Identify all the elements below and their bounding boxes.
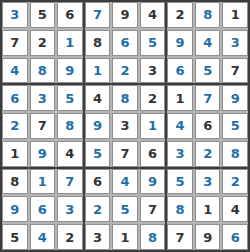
cell-r4c2[interactable]: 3 [30, 85, 56, 111]
cell-r1c8[interactable]: 8 [195, 2, 221, 28]
cell-r4c4[interactable]: 4 [85, 85, 111, 111]
cell-r7c5[interactable]: 4 [112, 169, 138, 195]
cell-r3c9[interactable]: 7 [222, 58, 248, 84]
cell-r8c2[interactable]: 6 [30, 196, 56, 222]
cell-r1c3[interactable]: 6 [57, 2, 83, 28]
box-6: 179465328 [167, 85, 248, 166]
cell-r5c2[interactable]: 7 [30, 113, 56, 139]
cell-r3c6[interactable]: 3 [140, 58, 166, 84]
cell-r9c4[interactable]: 3 [85, 224, 111, 250]
cell-r2c5[interactable]: 6 [112, 30, 138, 56]
cell-r3c7[interactable]: 6 [167, 58, 193, 84]
cell-r7c4[interactable]: 6 [85, 169, 111, 195]
cell-r7c1[interactable]: 8 [2, 169, 28, 195]
cell-r2c3[interactable]: 1 [57, 30, 83, 56]
cell-r8c1[interactable]: 9 [2, 196, 28, 222]
cell-r9c5[interactable]: 1 [112, 224, 138, 250]
box-1: 356721489 [2, 2, 83, 83]
cell-r2c6[interactable]: 5 [140, 30, 166, 56]
cell-r6c5[interactable]: 7 [112, 141, 138, 167]
cell-r4c8[interactable]: 7 [195, 85, 221, 111]
cell-r5c3[interactable]: 8 [57, 113, 83, 139]
cell-r6c3[interactable]: 4 [57, 141, 83, 167]
cell-r5c1[interactable]: 2 [2, 113, 28, 139]
cell-r9c3[interactable]: 2 [57, 224, 83, 250]
cell-r6c8[interactable]: 2 [195, 141, 221, 167]
cell-r2c9[interactable]: 3 [222, 30, 248, 56]
cell-r9c9[interactable]: 6 [222, 224, 248, 250]
cell-r8c8[interactable]: 1 [195, 196, 221, 222]
cell-r2c8[interactable]: 4 [195, 30, 221, 56]
cell-r4c6[interactable]: 2 [140, 85, 166, 111]
cell-r3c2[interactable]: 8 [30, 58, 56, 84]
cell-r2c2[interactable]: 2 [30, 30, 56, 56]
cell-r1c4[interactable]: 7 [85, 2, 111, 28]
cell-r4c1[interactable]: 6 [2, 85, 28, 111]
cell-r4c7[interactable]: 1 [167, 85, 193, 111]
cell-r7c2[interactable]: 1 [30, 169, 56, 195]
box-7: 817963542 [2, 169, 83, 250]
cell-r6c4[interactable]: 5 [85, 141, 111, 167]
cell-r3c3[interactable]: 9 [57, 58, 83, 84]
cell-r2c7[interactable]: 9 [167, 30, 193, 56]
cell-r9c8[interactable]: 9 [195, 224, 221, 250]
cell-r6c9[interactable]: 8 [222, 141, 248, 167]
cell-r8c5[interactable]: 5 [112, 196, 138, 222]
cell-r1c9[interactable]: 1 [222, 2, 248, 28]
cell-r8c7[interactable]: 8 [167, 196, 193, 222]
cell-r4c3[interactable]: 5 [57, 85, 83, 111]
cell-r5c9[interactable]: 5 [222, 113, 248, 139]
box-5: 482931576 [85, 85, 166, 166]
box-2: 794865123 [85, 2, 166, 83]
cell-r6c7[interactable]: 3 [167, 141, 193, 167]
cell-r8c6[interactable]: 7 [140, 196, 166, 222]
cell-r9c6[interactable]: 8 [140, 224, 166, 250]
cell-r6c1[interactable]: 1 [2, 141, 28, 167]
cell-r3c1[interactable]: 4 [2, 58, 28, 84]
cell-r4c9[interactable]: 9 [222, 85, 248, 111]
cell-r1c2[interactable]: 5 [30, 2, 56, 28]
cell-r2c4[interactable]: 8 [85, 30, 111, 56]
cell-r1c1[interactable]: 3 [2, 2, 28, 28]
cell-r7c3[interactable]: 7 [57, 169, 83, 195]
cell-r9c2[interactable]: 4 [30, 224, 56, 250]
cell-r7c6[interactable]: 9 [140, 169, 166, 195]
cell-r5c8[interactable]: 6 [195, 113, 221, 139]
box-9: 532814796 [167, 169, 248, 250]
cell-r3c4[interactable]: 1 [85, 58, 111, 84]
cell-r9c1[interactable]: 5 [2, 224, 28, 250]
cell-r8c3[interactable]: 3 [57, 196, 83, 222]
cell-r8c9[interactable]: 4 [222, 196, 248, 222]
cell-r1c7[interactable]: 2 [167, 2, 193, 28]
cell-r7c9[interactable]: 2 [222, 169, 248, 195]
cell-r6c2[interactable]: 9 [30, 141, 56, 167]
cell-r5c7[interactable]: 4 [167, 113, 193, 139]
cell-r8c4[interactable]: 2 [85, 196, 111, 222]
cell-r3c8[interactable]: 5 [195, 58, 221, 84]
cell-r4c5[interactable]: 8 [112, 85, 138, 111]
cell-r7c7[interactable]: 5 [167, 169, 193, 195]
cell-r6c6[interactable]: 6 [140, 141, 166, 167]
cell-r7c8[interactable]: 3 [195, 169, 221, 195]
box-3: 281943657 [167, 2, 248, 83]
cell-r5c5[interactable]: 3 [112, 113, 138, 139]
cell-r3c5[interactable]: 2 [112, 58, 138, 84]
box-4: 635278194 [2, 85, 83, 166]
cell-r1c5[interactable]: 9 [112, 2, 138, 28]
cell-r1c6[interactable]: 4 [140, 2, 166, 28]
cell-r9c7[interactable]: 7 [167, 224, 193, 250]
cell-r2c1[interactable]: 7 [2, 30, 28, 56]
cell-r5c6[interactable]: 1 [140, 113, 166, 139]
sudoku-board: 3567214897948651232819436576352781944829… [0, 0, 250, 252]
cell-r5c4[interactable]: 9 [85, 113, 111, 139]
box-8: 649257318 [85, 169, 166, 250]
